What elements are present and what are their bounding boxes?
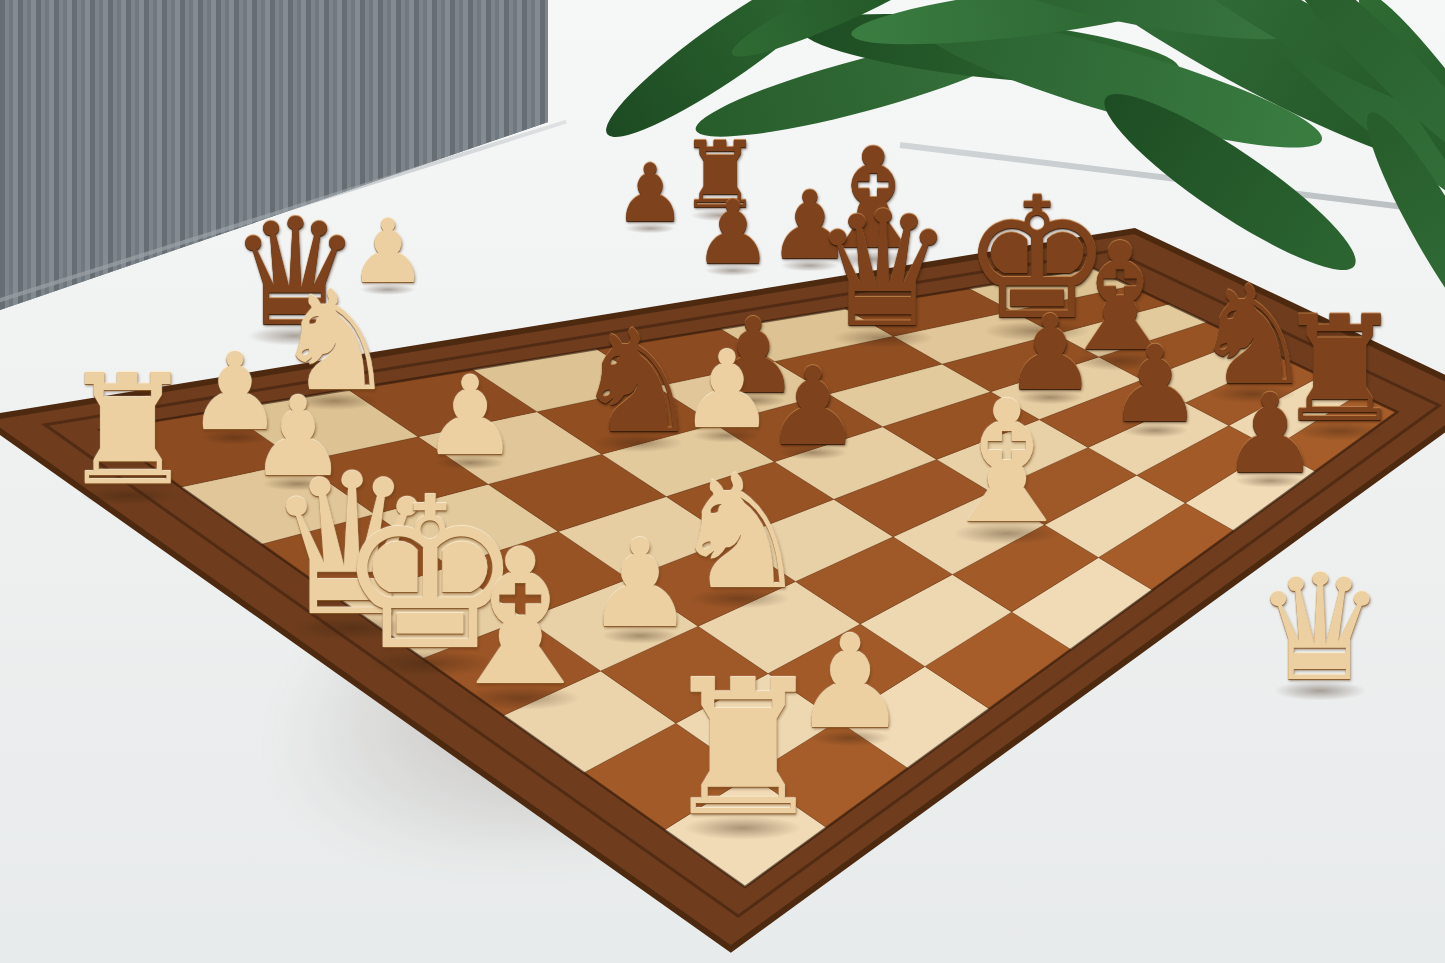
piece-white-bishop-h4[interactable]: ♝ <box>436 525 604 712</box>
piece-white-queen-table-bottom-right[interactable]: ♛ <box>1254 555 1386 702</box>
piece-black-pawn-b3[interactable]: ♟ <box>1107 332 1202 438</box>
piece-white-rook-h8[interactable]: ♜ <box>60 355 196 507</box>
piece-black-queen-c7[interactable]: ♛ <box>811 190 954 350</box>
piece-white-rook-h1[interactable]: ♜ <box>660 656 827 842</box>
piece-black-pawn-d8[interactable]: ♟ <box>694 189 773 277</box>
photo-stage: ♚♛♜♜♝♝♞♞♟♟♟♟♟♟♚♛♜♝♝♞♞♟♟♟♟♟♟♟♟♛♟♜♛ <box>0 0 1445 963</box>
piece-black-knight-e7[interactable]: ♞ <box>573 311 700 453</box>
piece-white-bishop-c3[interactable]: ♝ <box>931 378 1083 547</box>
piece-black-pawn-b1[interactable]: ♟ <box>1221 379 1320 489</box>
piece-black-pawn-e8[interactable]: ♟ <box>614 154 686 234</box>
